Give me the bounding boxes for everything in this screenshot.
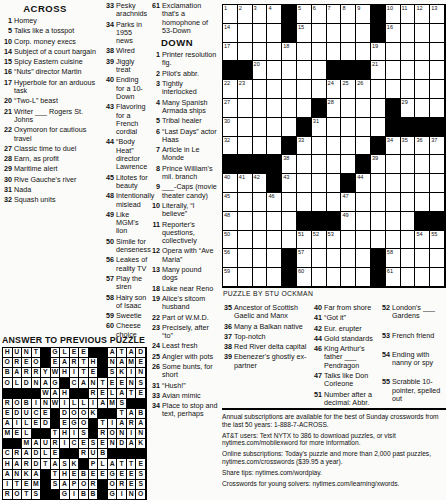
grid-cell[interactable] [371,193,386,212]
grid-cell[interactable]: 59 [223,268,238,287]
grid-cell[interactable]: 32 [223,137,238,156]
answer-letter-cell: I [3,480,13,490]
grid-cell[interactable] [371,118,386,137]
clue-number: 28 [2,155,14,163]
grid-cell[interactable]: 12 [415,5,430,24]
grid-cell[interactable] [356,99,371,118]
grid-cell[interactable]: 29 [401,99,416,118]
cell-number: 14 [224,24,230,30]
grid-cell[interactable] [341,268,356,287]
cell-number: 61 [387,268,393,274]
grid-cell[interactable] [238,268,253,287]
answer-letter-cell: E [51,358,61,368]
grid-cell[interactable]: 38 [282,155,297,174]
grid-cell[interactable]: 10 [386,5,401,24]
answer-letter-cell: O [32,358,42,368]
answer-letter-cell: O [79,419,89,429]
grid-cell[interactable] [312,80,327,99]
answer-black-square [41,470,51,480]
grid-cell[interactable] [253,231,268,250]
answer-letter-cell: A [127,439,137,449]
grid-cell[interactable]: 14 [223,24,238,43]
grid-cell[interactable]: 34 [386,137,401,156]
grid-cell[interactable] [282,212,297,231]
grid-cell[interactable] [238,99,253,118]
grid-cell[interactable] [415,61,430,80]
grid-cell[interactable] [341,249,356,268]
grid-cell[interactable] [371,231,386,250]
down-clues-3: 40Far from shore41“Got it”42Eur. erupter… [312,304,376,407]
clue-text: Intentionally mislead [116,192,154,209]
grid-cell[interactable] [415,80,430,99]
clue-number: 4 [150,99,162,116]
grid-cell[interactable]: 9 [356,5,371,24]
cell-number: 10 [387,5,393,11]
answer-letter-cell: N [127,378,137,388]
grid-cell[interactable]: 40 [223,174,238,193]
answer-letter-cell: S [89,439,99,449]
grid-cell[interactable] [253,24,268,43]
grid-cell[interactable] [327,43,342,62]
grid-cell[interactable]: 21 [371,61,386,80]
grid-cell[interactable]: 23 [238,80,253,99]
grid-cell[interactable] [253,137,268,156]
clue-text: Parks in 1955 news [116,21,148,46]
grid-cell[interactable]: 8 [341,5,356,24]
answer-black-square [98,348,108,358]
answer-letter-cell: O [13,399,23,409]
clue: 20“Two-L” beast [2,97,102,105]
clue-text: London's ___ Gardens [392,304,444,321]
answer-letter-cell: B [3,368,13,378]
grid-cell[interactable] [401,174,416,193]
grid-cell[interactable] [297,43,312,62]
grid-cell[interactable] [386,193,401,212]
grid-cell[interactable] [341,137,356,156]
grid-cell[interactable] [386,174,401,193]
clue-number: 25 [150,353,162,361]
answer-letter-cell: K [136,439,146,449]
grid-cell[interactable] [430,24,445,43]
grid-cell[interactable] [356,268,371,287]
clue-number: 22 [2,126,14,143]
answer-letter-cell: C [70,439,80,449]
grid-cell[interactable]: 7 [327,5,342,24]
grid-cell[interactable] [238,24,253,43]
grid-cell[interactable] [415,24,430,43]
grid-cell[interactable]: 55 [430,231,445,250]
grid-cell[interactable] [415,155,430,174]
grid-cell[interactable] [430,174,445,193]
answer-letter-cell: G [108,470,118,480]
clue-text: Least fresh [162,342,198,350]
answer-letter-cell: H [60,368,70,378]
clue-number: 39 [222,353,234,370]
grid-cell[interactable] [312,249,327,268]
grid-cell[interactable] [253,212,268,231]
clue-number: 47 [312,372,324,389]
grid-cell[interactable] [238,249,253,268]
grid-cell[interactable]: 42 [253,174,268,193]
answer-letter-cell: A [32,439,42,449]
grid-cell[interactable]: 48 [223,212,238,231]
clue-text: Talks like Don Corleone [324,372,376,389]
grid-cell[interactable]: 15 [297,24,312,43]
clue-number: 10 [150,202,162,219]
grid-cell[interactable] [371,99,386,118]
grid-cell[interactable] [341,99,356,118]
answer-letter-cell: L [41,449,51,459]
clue-number: 31 [2,186,14,194]
grid-cell[interactable] [327,137,342,156]
clue-text: “Hush!” [162,382,186,390]
answer-letter-cell: O [136,490,146,500]
grid-cell[interactable] [297,99,312,118]
clue-number: 11 [150,221,162,246]
grid-cell[interactable]: 47 [341,193,356,212]
grid-cell[interactable]: 4 [267,5,282,24]
grid-cell[interactable] [267,137,282,156]
grid-cell[interactable]: 36 [415,137,430,156]
grid-cell[interactable] [401,43,416,62]
clue-text: Article in Le Monde [162,146,218,163]
answer-letter-cell: N [136,368,146,378]
grid-cell[interactable] [371,212,386,231]
grid-cell[interactable] [297,155,312,174]
grid-cell[interactable] [238,212,253,231]
grid-cell[interactable] [282,231,297,250]
grid-cell[interactable] [401,249,416,268]
grid-cell[interactable] [401,212,416,231]
grid-cell[interactable] [356,212,371,231]
clue-text: Tightly interlocked [162,80,218,97]
grid-cell[interactable] [238,193,253,212]
answer-black-square [41,348,51,358]
grid-cell[interactable] [267,24,282,43]
grid-cell[interactable] [401,231,416,250]
black-square [371,5,386,24]
grid-cell[interactable] [430,249,445,268]
clue: 42Eur. erupter [312,325,376,333]
grid-cell[interactable]: 50 [223,231,238,250]
clue: 5Tribal healer [150,117,218,125]
clue: 6“Last Days” actor Haas [150,128,218,145]
grid-cell[interactable] [356,24,371,43]
grid-cell[interactable] [356,193,371,212]
clue: 1Homey [2,17,102,25]
grid-cell[interactable] [386,231,401,250]
grid-cell[interactable] [430,155,445,174]
grid-cell[interactable] [386,155,401,174]
grid-cell[interactable] [430,193,445,212]
clue: 24Least fresh [150,342,218,350]
grid-cell[interactable]: 60 [297,268,312,287]
grid-cell[interactable] [386,61,401,80]
grid-cell[interactable]: 51 [297,231,312,250]
grid-cell[interactable]: 30 [223,118,238,137]
cell-number: 57 [298,249,304,255]
grid-cell[interactable] [341,118,356,137]
clue-text: Top-notch [234,333,266,341]
grid-cell[interactable] [297,61,312,80]
clue-text: Jiggly treat [116,58,148,75]
grid-cell[interactable] [267,249,282,268]
across-clues-1: 1Homey5Talks like a tosspot10Corp. money… [2,17,102,205]
grid-cell[interactable] [312,155,327,174]
grid-cell[interactable]: 19 [371,43,386,62]
grid-cell[interactable] [341,24,356,43]
grid-cell[interactable]: 5 [297,5,312,24]
grid-cell[interactable] [356,231,371,250]
answer-letter-cell: I [117,490,127,500]
grid-cell[interactable]: 3 [253,5,268,24]
grid-cell[interactable] [312,24,327,43]
cell-number: 60 [298,268,304,274]
grid-cell[interactable] [297,80,312,99]
grid-cell[interactable] [267,212,282,231]
grid-cell[interactable]: 13 [430,5,445,24]
grid-cell[interactable]: 41 [238,174,253,193]
clue: 21Writer ___ Rogers St. Johns [2,108,102,125]
grid-cell[interactable]: 49 [341,212,356,231]
grid-cell[interactable] [253,43,268,62]
grid-cell[interactable] [430,268,445,287]
black-square [312,99,327,118]
clue-number: 51 [312,391,324,408]
grid-cell[interactable]: 11 [401,5,416,24]
cell-number: 42 [254,174,260,180]
grid-cell[interactable] [267,80,282,99]
grid-cell[interactable]: 28 [327,99,342,118]
grid-cell[interactable] [356,249,371,268]
clue-number: 2 [150,70,162,78]
grid-cell[interactable]: 27 [223,99,238,118]
cell-number: 25 [342,80,348,86]
grid-cell[interactable] [253,249,268,268]
grid-cell[interactable]: 1 [223,5,238,24]
black-square [356,155,371,174]
grid-cell[interactable] [297,193,312,212]
clue-number: 31 [150,382,162,390]
grid-cell[interactable] [341,231,356,250]
grid-cell[interactable]: 53 [327,231,342,250]
grid-cell[interactable]: 24 [327,80,342,99]
grid-cell[interactable] [312,61,327,80]
grid-cell[interactable] [356,43,371,62]
grid-cell[interactable]: 6 [312,5,327,24]
grid-cell[interactable] [401,155,416,174]
grid-cell[interactable] [327,268,342,287]
answer-letter-cell: E [22,480,32,490]
grid-cell[interactable]: 37 [430,137,445,156]
grid-cell[interactable] [297,174,312,193]
grid-cell[interactable]: 45 [223,193,238,212]
grid-cell[interactable] [356,118,371,137]
across-clue-column-2: 33Pesky arachnids34Parks in 1955 news38W… [104,2,148,341]
clue: 1Printer resolution fig. [150,51,218,68]
grid-cell[interactable] [267,268,282,287]
grid-cell[interactable] [312,268,327,287]
grid-cell[interactable] [282,193,297,212]
cell-number: 18 [283,43,289,49]
grid-cell[interactable] [267,61,282,80]
grid-cell[interactable] [341,43,356,62]
clue-text: Ebenezer's ghostly ex-partner [234,353,310,370]
across-header: ACROSS [2,3,88,14]
grid-cell[interactable] [415,268,430,287]
grid-cell[interactable] [341,155,356,174]
grid-cell[interactable] [253,118,268,137]
grid-cell[interactable]: 33 [297,137,312,156]
answer-letter-cell: A [3,419,13,429]
clue-text: Homey [14,17,37,25]
grid-cell[interactable] [356,137,371,156]
grid-cell[interactable]: 35 [401,137,416,156]
grid-cell[interactable] [327,155,342,174]
grid-cell[interactable] [282,80,297,99]
grid-cell[interactable]: 58 [386,249,401,268]
grid-cell[interactable] [253,193,268,212]
clue-text: Play the siren [116,275,148,292]
down-clues-4: 52London's ___ Gardens53French friend54E… [380,304,444,403]
grid-cell[interactable]: 31 [312,118,327,137]
grid-cell[interactable]: 18 [282,43,297,62]
grid-cell[interactable] [415,193,430,212]
grid-cell[interactable] [267,118,282,137]
grid-cell[interactable]: 61 [386,268,401,287]
cell-number: 50 [224,231,230,237]
clue-number: 1 [150,51,162,68]
grid-cell[interactable] [401,80,416,99]
grid-cell[interactable]: 57 [297,249,312,268]
clue-number: 41 [312,314,324,322]
answer-black-square [89,429,99,439]
grid-cell[interactable] [386,212,401,231]
grid-cell[interactable]: 44 [356,174,371,193]
answer-letter-cell: G [60,490,70,500]
grid-cell[interactable] [371,80,386,99]
grid-cell[interactable] [327,24,342,43]
grid-cell[interactable]: 56 [223,249,238,268]
grid-cell[interactable] [415,174,430,193]
grid-cell[interactable]: 20 [253,61,268,80]
cell-number: 31 [313,118,319,124]
grid-cell[interactable] [327,118,342,137]
grid-cell[interactable] [327,174,342,193]
grid-cell[interactable] [282,99,297,118]
answer-letter-cell: E [98,389,108,399]
answer-letter-cell: M [127,358,137,368]
grid-cell[interactable]: 52 [312,231,327,250]
answer-letter-cell: R [89,389,99,399]
answer-letter-cell: S [136,378,146,388]
grid-cell[interactable] [282,61,297,80]
clue: 45Litotes for beauty [104,174,148,191]
grid-cell[interactable] [238,231,253,250]
grid-cell[interactable] [267,231,282,250]
answer-letter-cell: I [127,429,137,439]
grid-cell[interactable] [415,99,430,118]
grid-cell[interactable] [267,43,282,62]
grid-cell[interactable] [238,118,253,137]
grid-cell[interactable] [430,43,445,62]
grid-cell[interactable] [401,193,416,212]
answer-letter-cell: T [79,368,89,378]
answer-letter-cell: N [13,470,23,480]
answer-letter-cell: A [3,470,13,480]
clue-text: Wired [116,47,135,55]
grid-cell[interactable] [430,80,445,99]
grid-cell[interactable] [327,249,342,268]
grid-cell[interactable] [238,43,253,62]
grid-cell[interactable]: 16 [386,24,401,43]
grid-cell[interactable] [253,80,268,99]
grid-cell[interactable]: 25 [341,80,356,99]
grid-cell[interactable]: 46 [267,193,282,212]
cell-number: 34 [387,137,393,143]
cell-number: 41 [239,174,245,180]
clue-number: 46 [312,345,324,370]
clue-text: French friend [392,332,434,340]
grid-cell[interactable] [401,268,416,287]
grid-cell[interactable]: 2 [238,5,253,24]
answer-letter-cell: T [117,348,127,358]
grid-cell[interactable] [238,137,253,156]
grid-cell[interactable]: 22 [223,80,238,99]
black-square [386,99,401,118]
grid-cell[interactable] [327,193,342,212]
grid-cell[interactable] [371,174,386,193]
grid-cell[interactable] [401,61,416,80]
grid-cell[interactable] [282,118,297,137]
grid-cell[interactable] [312,193,327,212]
answer-black-square [98,480,108,490]
grid-cell[interactable] [267,99,282,118]
black-square [430,118,445,137]
grid-cell[interactable] [386,80,401,99]
grid-cell[interactable]: 39 [371,155,386,174]
answer-letter-cell: R [22,459,32,469]
answer-black-square [89,348,99,358]
grid-cell[interactable]: 54 [415,231,430,250]
grid-cell[interactable] [312,174,327,193]
grid-cell[interactable]: 43 [282,174,297,193]
grid-cell[interactable] [312,43,327,62]
clue-text: Place to stop and text, perhaps [162,402,218,419]
cell-number: 33 [298,137,304,143]
answer-letter-cell: E [70,470,80,480]
answer-letter-cell: A [127,409,137,419]
grid-cell[interactable] [430,61,445,80]
answer-letter-cell: A [22,449,32,459]
grid-cell[interactable] [415,249,430,268]
clue: 22Part of W.M.D. [150,314,218,322]
grid-cell[interactable] [253,268,268,287]
grid-cell[interactable] [415,43,430,62]
grid-cell[interactable]: 17 [223,43,238,62]
grid-cell[interactable] [430,99,445,118]
clue: 19Alice's sitcom husband [150,295,218,312]
grid-cell[interactable] [312,137,327,156]
grid-cell[interactable] [253,99,268,118]
grid-cell[interactable] [401,24,416,43]
crossword-grid[interactable]: 1234567891011121314151617181920212223242… [222,4,446,288]
grid-cell[interactable] [386,43,401,62]
answer-letter-cell: O [3,358,13,368]
grid-cell[interactable]: 26 [356,80,371,99]
cell-number: 52 [313,231,319,237]
answer-black-square [22,389,32,399]
